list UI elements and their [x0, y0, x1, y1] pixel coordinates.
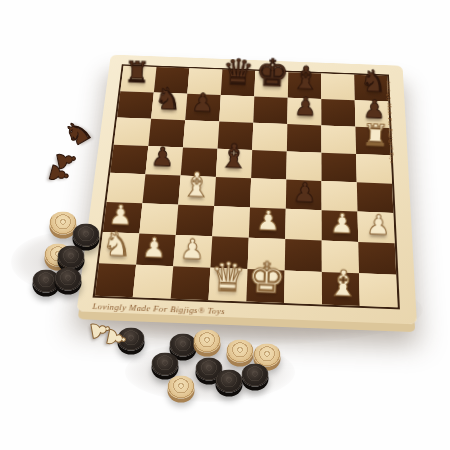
square-c3[interactable]: [176, 205, 214, 237]
black-knight-b7[interactable]: ♞: [154, 84, 182, 115]
black-pawn-f7[interactable]: ♟: [294, 94, 318, 120]
black-checker-4[interactable]: [58, 246, 85, 269]
captured-lightwood-pawn-2[interactable]: ♟: [102, 325, 130, 351]
black-pawn-c7[interactable]: ♟: [191, 90, 215, 116]
black-checker-6[interactable]: [55, 268, 82, 291]
white-knight-a2[interactable]: ♞: [101, 227, 132, 261]
white-pawn-g3[interactable]: ♟: [329, 210, 354, 238]
square-f6[interactable]: [287, 124, 322, 153]
natural-checker-10[interactable]: [227, 340, 254, 363]
square-a7[interactable]: [117, 91, 154, 119]
square-h1[interactable]: [359, 273, 398, 307]
square-a6[interactable]: [114, 118, 151, 147]
white-rook-h6[interactable]: ♜: [362, 120, 390, 151]
square-a1[interactable]: [95, 263, 136, 297]
white-bishop-c4[interactable]: ♝: [181, 167, 213, 202]
square-e6[interactable]: [252, 123, 287, 152]
chess-board-3d: Lovingly Made For Bigjigs® Toys Lovingly…: [77, 55, 417, 325]
square-b3[interactable]: [139, 203, 178, 235]
square-d4[interactable]: [214, 177, 251, 208]
square-g6[interactable]: [321, 125, 356, 154]
black-pawn-b5[interactable]: ♟: [151, 144, 175, 171]
black-knight-h8[interactable]: ♞: [360, 66, 388, 97]
square-e5[interactable]: [251, 150, 287, 180]
white-king-e1[interactable]: ♚: [247, 256, 286, 300]
square-c1[interactable]: [171, 266, 211, 300]
square-b4[interactable]: [142, 174, 180, 205]
photo-scene: Lovingly Made For Bigjigs® Toys Lovingly…: [0, 0, 450, 450]
black-checker-14[interactable]: [242, 364, 269, 387]
white-pawn-b2[interactable]: ♟: [141, 234, 167, 262]
square-d3[interactable]: [212, 206, 250, 238]
square-g5[interactable]: [321, 153, 356, 183]
black-checker-15[interactable]: [216, 370, 243, 393]
black-checker-8[interactable]: [170, 334, 197, 357]
black-rook-a8[interactable]: ♜: [123, 57, 150, 87]
square-f3[interactable]: [285, 209, 321, 241]
frame-text-bottom: Lovingly Made For Bigjigs® Toys: [92, 302, 225, 316]
square-e7[interactable]: [253, 96, 288, 124]
square-a5[interactable]: [110, 145, 148, 174]
white-pawn-e3[interactable]: ♟: [255, 207, 280, 235]
square-b1[interactable]: [133, 265, 173, 299]
square-f2[interactable]: [285, 239, 322, 272]
black-bishop-f8[interactable]: ♝: [291, 61, 320, 94]
chess-board-wrap: Lovingly Made For Bigjigs® Toys Lovingly…: [90, 20, 414, 344]
white-queen-d1[interactable]: ♛: [209, 257, 246, 298]
natural-checker-16[interactable]: [168, 376, 195, 399]
square-h2[interactable]: [358, 242, 396, 275]
square-f1[interactable]: [284, 271, 322, 305]
captured-dark-knight-1[interactable]: ♞: [59, 113, 97, 152]
board-frame: Lovingly Made For Bigjigs® Toys Lovingly…: [77, 55, 417, 325]
black-pawn-f4[interactable]: ♟: [293, 178, 318, 205]
square-h5[interactable]: [356, 154, 392, 184]
white-pawn-c2[interactable]: ♟: [179, 235, 205, 263]
black-king-e8[interactable]: ♚: [255, 54, 290, 92]
natural-checker-9[interactable]: [194, 330, 221, 353]
square-g8[interactable]: [321, 73, 355, 100]
square-c6[interactable]: [183, 120, 219, 149]
white-bishop-g1[interactable]: ♝: [326, 266, 359, 303]
black-checker-2[interactable]: [73, 224, 100, 247]
white-pawn-h3[interactable]: ♟: [366, 211, 391, 239]
black-queen-d8[interactable]: ♛: [222, 54, 255, 91]
square-d7[interactable]: [219, 95, 254, 123]
black-checker-12[interactable]: [152, 353, 179, 376]
square-g7[interactable]: [321, 99, 355, 127]
black-bishop-d5[interactable]: ♝: [219, 139, 250, 173]
